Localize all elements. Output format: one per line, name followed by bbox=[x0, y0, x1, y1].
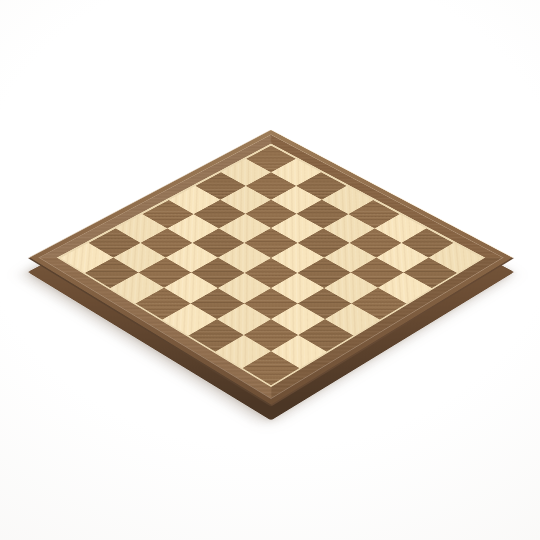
chessboard bbox=[28, 129, 514, 406]
board-field bbox=[60, 145, 481, 385]
product-photo-stage: Empty walnut and maple chessboard shown … bbox=[0, 0, 540, 540]
board-scene bbox=[99, 86, 443, 430]
